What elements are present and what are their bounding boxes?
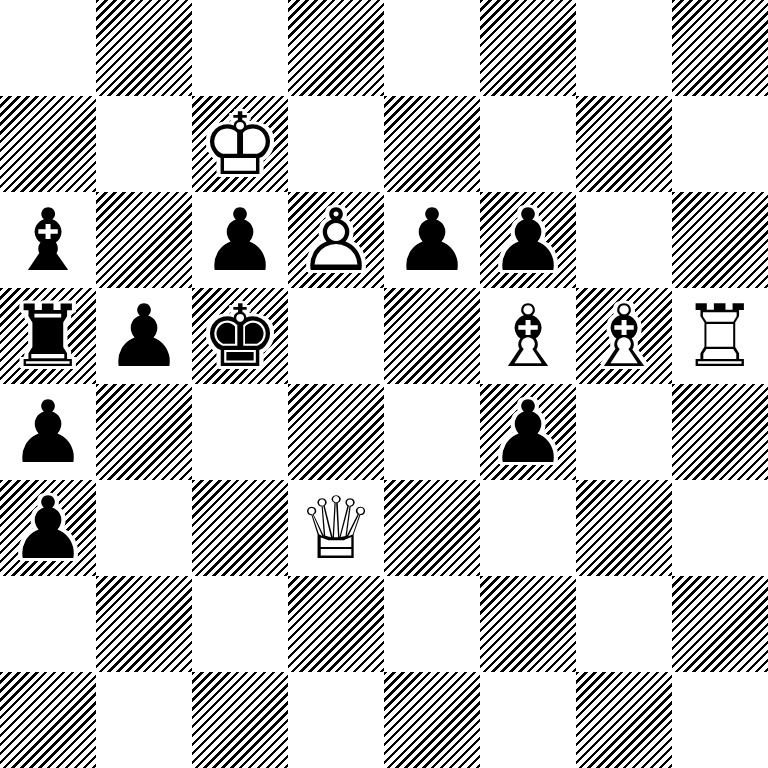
- square-d2[interactable]: [288, 576, 384, 672]
- piece-black-king-c5[interactable]: ♚: [192, 288, 288, 384]
- square-b6[interactable]: [96, 192, 192, 288]
- chess-board: ♚♔♝♟♟♙♟♟♜♟♚♝♗♝♗♜♖♟♟♟♛♕: [0, 0, 768, 768]
- square-a5[interactable]: ♜: [0, 288, 96, 384]
- pawn-glyph: ♟: [192, 192, 288, 288]
- square-c6[interactable]: ♟: [192, 192, 288, 288]
- square-b1[interactable]: [96, 672, 192, 768]
- square-c8[interactable]: [192, 0, 288, 96]
- piece-white-king-c7[interactable]: ♚♔: [192, 96, 288, 192]
- square-f4[interactable]: ♟: [480, 384, 576, 480]
- square-e4[interactable]: [384, 384, 480, 480]
- square-d6[interactable]: ♟♙: [288, 192, 384, 288]
- square-d1[interactable]: [288, 672, 384, 768]
- square-c5[interactable]: ♚: [192, 288, 288, 384]
- square-h8[interactable]: [672, 0, 768, 96]
- square-f1[interactable]: [480, 672, 576, 768]
- pawn-glyph: ♟: [96, 288, 192, 384]
- square-g4[interactable]: [576, 384, 672, 480]
- square-h4[interactable]: [672, 384, 768, 480]
- square-a2[interactable]: [0, 576, 96, 672]
- square-g1[interactable]: [576, 672, 672, 768]
- bishop-outline-glyph: ♗: [576, 288, 672, 384]
- piece-black-pawn-c6[interactable]: ♟: [192, 192, 288, 288]
- piece-white-pawn-d6[interactable]: ♟♙: [288, 192, 384, 288]
- square-a6[interactable]: ♝: [0, 192, 96, 288]
- square-e6[interactable]: ♟: [384, 192, 480, 288]
- square-h3[interactable]: [672, 480, 768, 576]
- pawn-glyph: ♟: [0, 480, 96, 576]
- piece-black-pawn-f6[interactable]: ♟: [480, 192, 576, 288]
- pawn-glyph: ♟: [0, 384, 96, 480]
- square-e2[interactable]: [384, 576, 480, 672]
- square-a3[interactable]: ♟: [0, 480, 96, 576]
- square-b2[interactable]: [96, 576, 192, 672]
- square-h7[interactable]: [672, 96, 768, 192]
- square-e1[interactable]: [384, 672, 480, 768]
- square-e3[interactable]: [384, 480, 480, 576]
- piece-black-bishop-a6[interactable]: ♝: [0, 192, 96, 288]
- square-b4[interactable]: [96, 384, 192, 480]
- king-glyph: ♚: [192, 288, 288, 384]
- square-g5[interactable]: ♝♗: [576, 288, 672, 384]
- square-c4[interactable]: [192, 384, 288, 480]
- square-a8[interactable]: [0, 0, 96, 96]
- piece-black-pawn-a3[interactable]: ♟: [0, 480, 96, 576]
- square-e5[interactable]: [384, 288, 480, 384]
- square-a4[interactable]: ♟: [0, 384, 96, 480]
- square-g2[interactable]: [576, 576, 672, 672]
- square-c7[interactable]: ♚♔: [192, 96, 288, 192]
- square-b3[interactable]: [96, 480, 192, 576]
- queen-outline-glyph: ♕: [288, 480, 384, 576]
- square-a1[interactable]: [0, 672, 96, 768]
- square-f7[interactable]: [480, 96, 576, 192]
- square-g8[interactable]: [576, 0, 672, 96]
- square-c3[interactable]: [192, 480, 288, 576]
- rook-glyph: ♜: [0, 288, 96, 384]
- square-c2[interactable]: [192, 576, 288, 672]
- square-d3[interactable]: ♛♕: [288, 480, 384, 576]
- pawn-glyph: ♟: [384, 192, 480, 288]
- piece-black-rook-a5[interactable]: ♜: [0, 288, 96, 384]
- square-c1[interactable]: [192, 672, 288, 768]
- square-d8[interactable]: [288, 0, 384, 96]
- bishop-glyph: ♝: [0, 192, 96, 288]
- piece-white-rook-h5[interactable]: ♜♖: [672, 288, 768, 384]
- square-f3[interactable]: [480, 480, 576, 576]
- square-h2[interactable]: [672, 576, 768, 672]
- rook-outline-glyph: ♖: [672, 288, 768, 384]
- square-e7[interactable]: [384, 96, 480, 192]
- piece-black-pawn-f4[interactable]: ♟: [480, 384, 576, 480]
- piece-white-bishop-g5[interactable]: ♝♗: [576, 288, 672, 384]
- square-e8[interactable]: [384, 0, 480, 96]
- square-g3[interactable]: [576, 480, 672, 576]
- pawn-glyph: ♟: [480, 192, 576, 288]
- square-h1[interactable]: [672, 672, 768, 768]
- piece-black-pawn-e6[interactable]: ♟: [384, 192, 480, 288]
- square-b7[interactable]: [96, 96, 192, 192]
- piece-white-queen-d3[interactable]: ♛♕: [288, 480, 384, 576]
- square-d4[interactable]: [288, 384, 384, 480]
- square-a7[interactable]: [0, 96, 96, 192]
- square-f8[interactable]: [480, 0, 576, 96]
- pawn-glyph: ♟: [480, 384, 576, 480]
- square-b8[interactable]: [96, 0, 192, 96]
- square-f2[interactable]: [480, 576, 576, 672]
- piece-white-bishop-f5[interactable]: ♝♗: [480, 288, 576, 384]
- square-h5[interactable]: ♜♖: [672, 288, 768, 384]
- square-g7[interactable]: [576, 96, 672, 192]
- piece-black-pawn-a4[interactable]: ♟: [0, 384, 96, 480]
- square-f5[interactable]: ♝♗: [480, 288, 576, 384]
- square-f6[interactable]: ♟: [480, 192, 576, 288]
- pawn-outline-glyph: ♙: [288, 192, 384, 288]
- square-d5[interactable]: [288, 288, 384, 384]
- king-outline-glyph: ♔: [192, 96, 288, 192]
- square-h6[interactable]: [672, 192, 768, 288]
- square-g6[interactable]: [576, 192, 672, 288]
- square-b5[interactable]: ♟: [96, 288, 192, 384]
- bishop-outline-glyph: ♗: [480, 288, 576, 384]
- piece-black-pawn-b5[interactable]: ♟: [96, 288, 192, 384]
- square-d7[interactable]: [288, 96, 384, 192]
